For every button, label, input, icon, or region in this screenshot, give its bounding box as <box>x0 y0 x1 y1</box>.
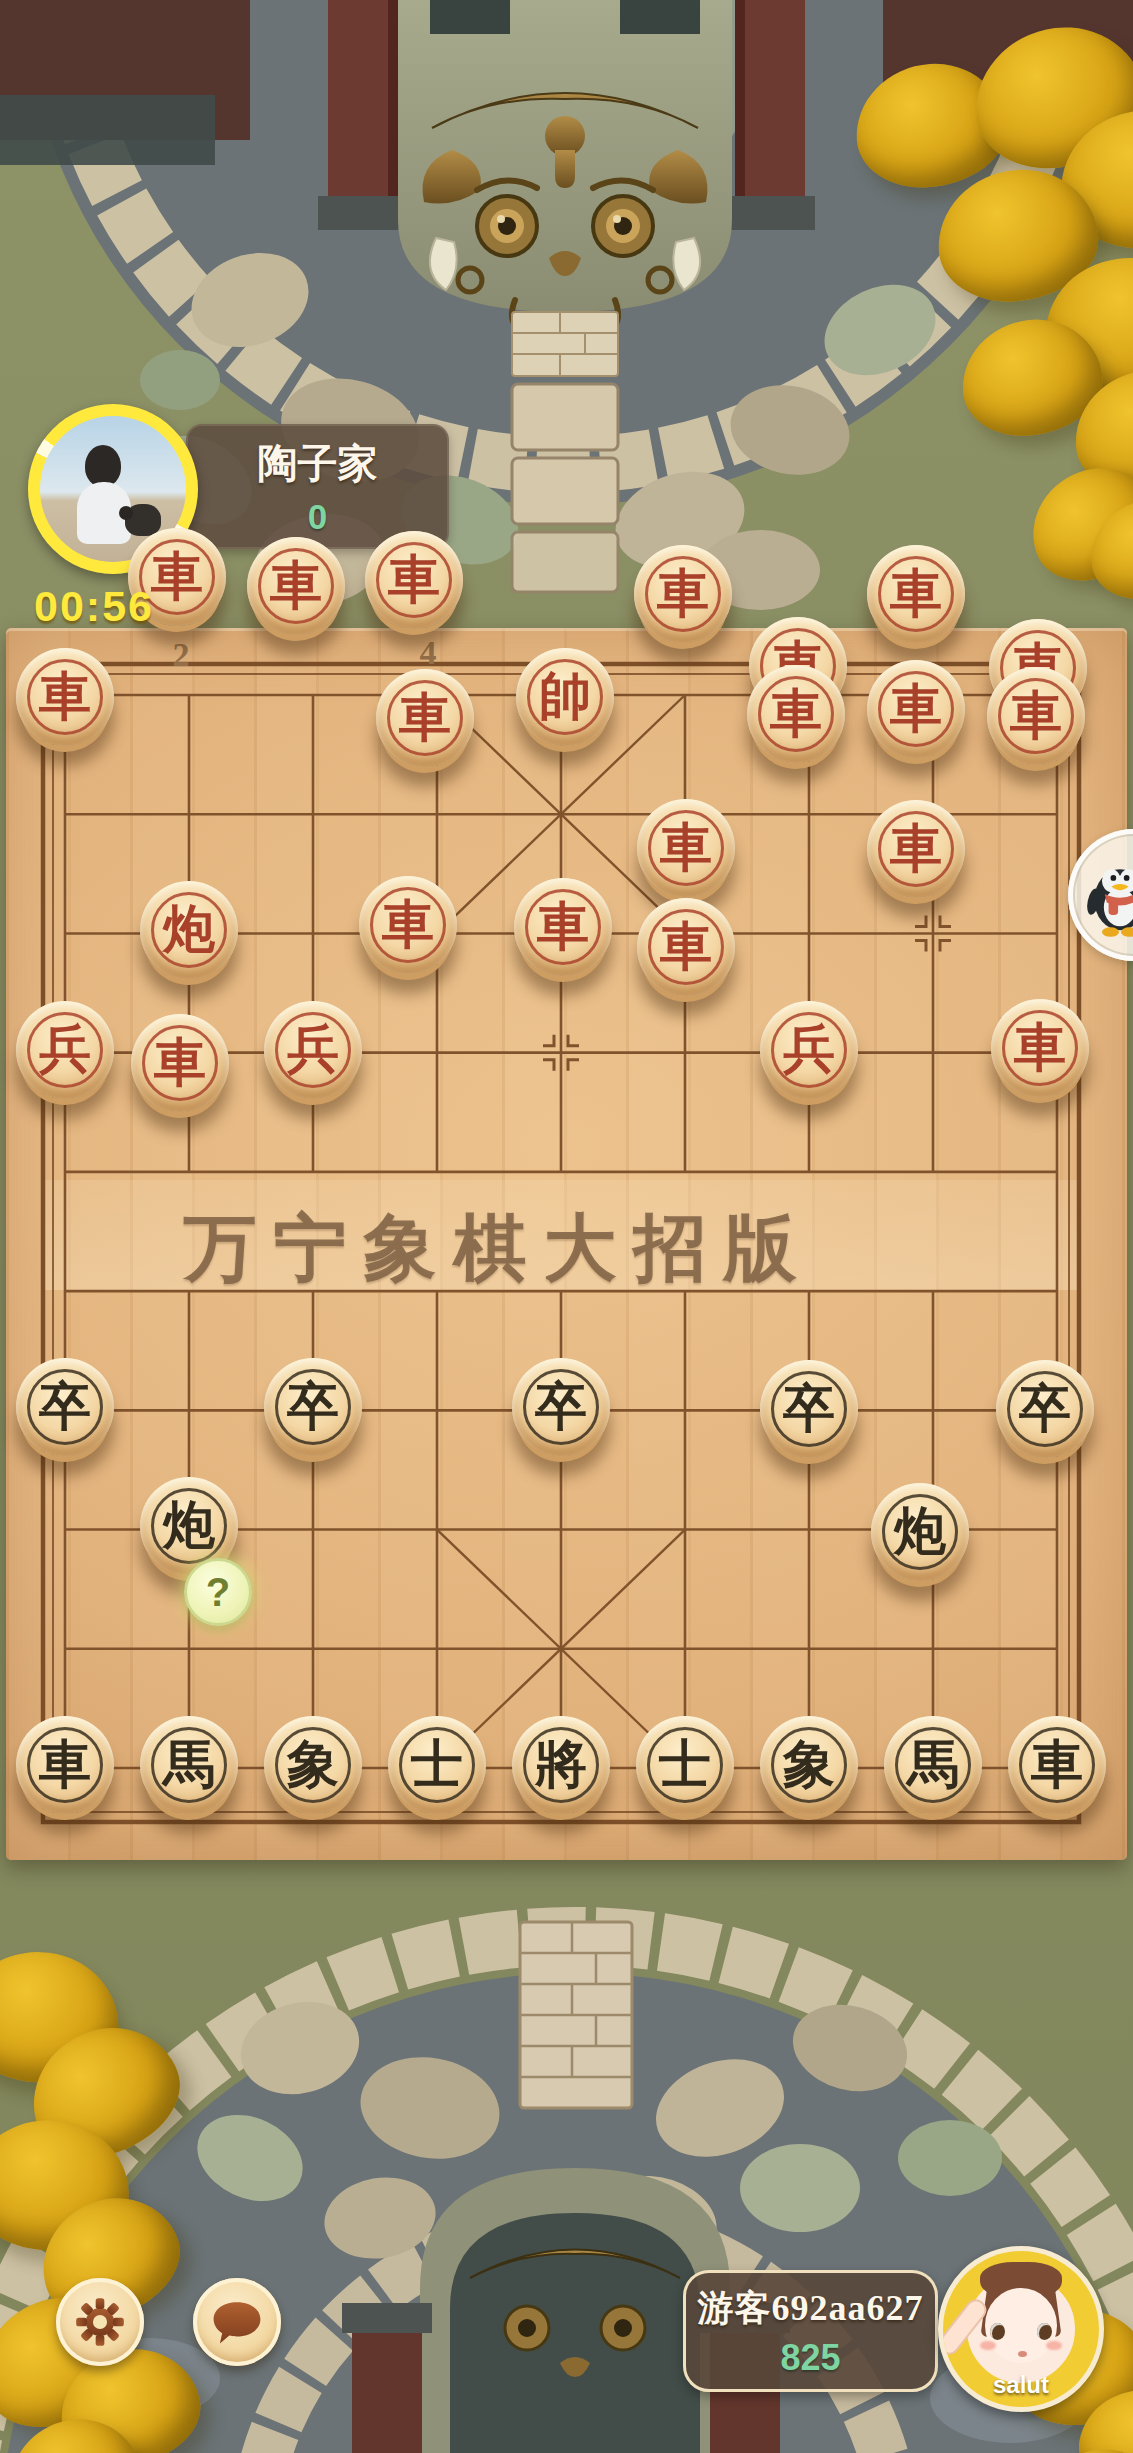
river-title: 万宁象棋大招版 <box>0 1200 1065 1299</box>
taotie-mask-carving <box>423 93 708 334</box>
bottom-player-avatar[interactable]: salut <box>938 2246 1104 2412</box>
piece-red-車[interactable]: 車 <box>16 648 114 746</box>
piece-red-兵[interactable]: 兵 <box>16 1001 114 1099</box>
piece-red-車[interactable]: 車 <box>376 669 474 767</box>
piece-black-車[interactable]: 車 <box>16 1716 114 1814</box>
piece-glyph: 象 <box>760 1716 858 1814</box>
chat-bubble-icon <box>210 2297 264 2347</box>
piece-glyph: 車 <box>991 999 1089 1097</box>
piece-red-車[interactable]: 車 <box>747 665 845 763</box>
hint-bubble[interactable]: ? <box>184 1558 252 1626</box>
piece-red-車[interactable]: 車 <box>637 799 735 897</box>
piece-glyph: 卒 <box>16 1358 114 1456</box>
piece-black-象[interactable]: 象 <box>264 1716 362 1814</box>
piece-glyph: 車 <box>359 876 457 974</box>
piece-black-馬[interactable]: 馬 <box>884 1716 982 1814</box>
piece-black-炮[interactable]: 炮 <box>871 1483 969 1581</box>
piece-glyph: 炮 <box>140 881 238 979</box>
piece-black-象[interactable]: 象 <box>760 1716 858 1814</box>
top-player-score: 0 <box>308 497 327 537</box>
piece-glyph: 卒 <box>996 1360 1094 1458</box>
piece-red-車[interactable]: 車 <box>365 531 463 629</box>
bottom-player-name: 游客692aa627 <box>698 2284 924 2333</box>
piece-glyph: 車 <box>514 878 612 976</box>
column-number-4: 4 <box>420 634 437 672</box>
brick-pillar-top <box>512 312 618 376</box>
piece-glyph: 車 <box>247 537 345 635</box>
gear-icon <box>74 2296 126 2348</box>
piece-black-卒[interactable]: 卒 <box>264 1358 362 1456</box>
piece-glyph: 兵 <box>264 1001 362 1099</box>
piece-glyph: 車 <box>1008 1716 1106 1814</box>
piece-red-帥[interactable]: 帥 <box>516 648 614 746</box>
piece-black-卒[interactable]: 卒 <box>996 1360 1094 1458</box>
piece-glyph: 士 <box>636 1716 734 1814</box>
piece-black-士[interactable]: 士 <box>636 1716 734 1814</box>
piece-glyph: 車 <box>131 1014 229 1112</box>
piece-glyph: 車 <box>637 898 735 996</box>
column-number-2: 2 <box>173 636 190 674</box>
piece-red-車[interactable]: 車 <box>359 876 457 974</box>
piece-glyph: 車 <box>16 648 114 746</box>
settings-button[interactable] <box>56 2278 144 2366</box>
piece-black-馬[interactable]: 馬 <box>140 1716 238 1814</box>
game-screen: 陶子家 0 00:56 万宁象棋大招版 2 4 車車車車車車車車帥車車車車車車車… <box>0 0 1133 2453</box>
piece-glyph: 卒 <box>760 1360 858 1458</box>
piece-glyph: 卒 <box>264 1358 362 1456</box>
piece-glyph: 車 <box>16 1716 114 1814</box>
piece-glyph: 馬 <box>884 1716 982 1814</box>
piece-glyph: 車 <box>634 545 732 643</box>
piece-glyph: 車 <box>867 800 965 898</box>
piece-glyph: 卒 <box>512 1358 610 1456</box>
piece-red-車[interactable]: 車 <box>867 545 965 643</box>
piece-glyph: 兵 <box>760 1001 858 1099</box>
flagstones <box>80 1989 1090 2443</box>
piece-red-車[interactable]: 車 <box>867 800 965 898</box>
bottom-player-score: 825 <box>780 2337 840 2379</box>
piece-glyph: 車 <box>637 799 735 897</box>
piece-glyph: 士 <box>388 1716 486 1814</box>
piece-black-卒[interactable]: 卒 <box>16 1358 114 1456</box>
piece-black-將[interactable]: 將 <box>512 1716 610 1814</box>
piece-glyph: 車 <box>867 660 965 758</box>
piece-glyph: 車 <box>987 667 1085 765</box>
piece-glyph: 象 <box>264 1716 362 1814</box>
brick-pillar-bottom <box>520 1922 632 2108</box>
piece-glyph: 兵 <box>16 1001 114 1099</box>
piece-glyph: 車 <box>365 531 463 629</box>
piece-black-車[interactable]: 車 <box>1008 1716 1106 1814</box>
piece-red-車[interactable]: 車 <box>987 667 1085 765</box>
piece-glyph: 車 <box>867 545 965 643</box>
piece-red-車[interactable]: 車 <box>514 878 612 976</box>
piece-glyph: 炮 <box>871 1483 969 1581</box>
piece-black-卒[interactable]: 卒 <box>512 1358 610 1456</box>
piece-red-車[interactable]: 車 <box>867 660 965 758</box>
qq-penguin-icon <box>1082 852 1133 938</box>
top-player-name: 陶子家 <box>258 436 378 491</box>
taotie-mask-bottom <box>470 2250 680 2378</box>
match-timer: 00:56 <box>34 582 154 631</box>
piece-glyph: 將 <box>512 1716 610 1814</box>
piece-red-車[interactable]: 車 <box>634 545 732 643</box>
piece-black-卒[interactable]: 卒 <box>760 1360 858 1458</box>
piece-red-車[interactable]: 車 <box>637 898 735 996</box>
bottom-player-card: 游客692aa627 825 <box>683 2270 938 2392</box>
piece-black-士[interactable]: 士 <box>388 1716 486 1814</box>
piece-glyph: 帥 <box>516 648 614 746</box>
chat-button[interactable] <box>193 2278 281 2366</box>
piece-red-車[interactable]: 車 <box>247 537 345 635</box>
piece-red-兵[interactable]: 兵 <box>264 1001 362 1099</box>
piece-red-炮[interactable]: 炮 <box>140 881 238 979</box>
piece-red-車[interactable]: 車 <box>131 1014 229 1112</box>
piece-glyph: 車 <box>376 669 474 767</box>
piece-red-車[interactable]: 車 <box>991 999 1089 1097</box>
piece-red-兵[interactable]: 兵 <box>760 1001 858 1099</box>
piece-glyph: 馬 <box>140 1716 238 1814</box>
piece-glyph: 車 <box>747 665 845 763</box>
